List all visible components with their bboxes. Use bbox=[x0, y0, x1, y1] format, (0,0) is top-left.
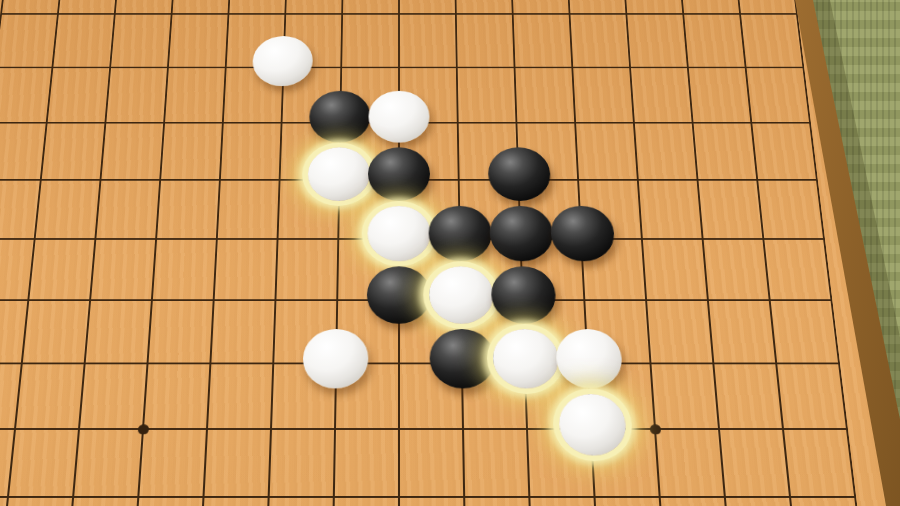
stone-black-7-7 bbox=[309, 91, 371, 143]
stone-white-7-11 bbox=[302, 329, 368, 388]
stone-white-9-10 bbox=[429, 266, 494, 323]
stone-white-8-7 bbox=[368, 91, 429, 143]
stones-layer bbox=[0, 0, 900, 506]
stone-white-7-8 bbox=[307, 147, 370, 201]
stone-black-10-10 bbox=[491, 266, 557, 323]
stone-white-10-11 bbox=[492, 329, 559, 388]
stone-white-11-11 bbox=[555, 329, 623, 388]
stone-black-10-8 bbox=[488, 147, 552, 201]
stone-black-8-8 bbox=[368, 147, 430, 201]
stone-black-9-11 bbox=[429, 329, 495, 388]
star-point-4-12 bbox=[137, 424, 149, 434]
star-point-12-12 bbox=[649, 424, 661, 434]
stone-black-9-9 bbox=[428, 206, 492, 261]
stone-white-8-9 bbox=[367, 206, 431, 261]
game-scene bbox=[0, 0, 900, 506]
stone-white-11-12 bbox=[558, 394, 628, 456]
stone-black-10-9 bbox=[489, 206, 554, 261]
stone-white-6-6 bbox=[252, 36, 314, 86]
stone-black-11-9 bbox=[550, 206, 616, 261]
stone-black-8-10 bbox=[367, 266, 432, 323]
goban-board[interactable] bbox=[0, 0, 900, 506]
